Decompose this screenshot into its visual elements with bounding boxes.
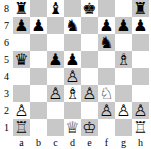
file-label-g: g (121, 136, 126, 149)
rank-label-5: 5 (4, 51, 9, 68)
square-e5[interactable] (81, 51, 98, 68)
file-label-d: d (70, 136, 75, 149)
piece-white-rook-h1[interactable]: ♖ (132, 119, 149, 136)
piece-black-knight-f6[interactable]: ♞ (98, 34, 115, 51)
piece-white-knight-f3[interactable]: ♘ (98, 85, 115, 102)
piece-black-pawn-a7[interactable]: ♟ (13, 17, 30, 34)
square-f2[interactable]: ♙ (98, 102, 115, 119)
piece-black-queen-a5[interactable]: ♛ (13, 51, 30, 68)
square-d7[interactable]: ♞ (64, 17, 81, 34)
square-d8[interactable] (64, 0, 81, 17)
square-a3[interactable] (13, 85, 30, 102)
square-g6[interactable] (115, 34, 132, 51)
square-b3[interactable] (30, 85, 47, 102)
chess-board[interactable]: ♜♝♚♜♟♟♞♟♟♟♞♛♟♟♗♙♙♗♙♘♙♙♙♙♖♕♔♖ (13, 0, 149, 136)
square-b8[interactable] (30, 0, 47, 17)
rank-label-7: 7 (4, 17, 9, 34)
square-e1[interactable]: ♔ (81, 119, 98, 136)
square-h3[interactable] (132, 85, 149, 102)
rank-label-4: 4 (4, 68, 9, 85)
square-b5[interactable] (30, 51, 47, 68)
square-e7[interactable] (81, 17, 98, 34)
piece-black-king-e8[interactable]: ♚ (81, 0, 98, 17)
file-label-c: c (53, 136, 57, 149)
square-c1[interactable] (47, 119, 64, 136)
square-b1[interactable] (30, 119, 47, 136)
square-d4[interactable]: ♙ (64, 68, 81, 85)
file-label-f: f (105, 136, 108, 149)
square-g3[interactable] (115, 85, 132, 102)
square-b6[interactable] (30, 34, 47, 51)
square-a5[interactable]: ♛ (13, 51, 30, 68)
square-f6[interactable]: ♞ (98, 34, 115, 51)
rank-label-3: 3 (4, 85, 9, 102)
square-a6[interactable] (13, 34, 30, 51)
corner-spacer (0, 136, 13, 149)
square-c2[interactable] (47, 102, 64, 119)
rank-label-6: 6 (4, 34, 9, 51)
square-e4[interactable] (81, 68, 98, 85)
piece-black-pawn-b7[interactable]: ♟ (30, 17, 47, 34)
square-d3[interactable]: ♗ (64, 85, 81, 102)
square-f3[interactable]: ♘ (98, 85, 115, 102)
piece-white-king-e1[interactable]: ♔ (81, 119, 98, 136)
square-h8[interactable]: ♜ (132, 0, 149, 17)
square-b2[interactable] (30, 102, 47, 119)
square-f5[interactable] (98, 51, 115, 68)
piece-black-pawn-g7[interactable]: ♟ (115, 17, 132, 34)
square-f7[interactable]: ♟ (98, 17, 115, 34)
file-label-b: b (36, 136, 41, 149)
piece-white-pawn-f2[interactable]: ♙ (98, 102, 115, 119)
square-g8[interactable] (115, 0, 132, 17)
square-e8[interactable]: ♚ (81, 0, 98, 17)
piece-black-pawn-h7[interactable]: ♟ (132, 17, 149, 34)
square-d6[interactable] (64, 34, 81, 51)
piece-white-queen-d1[interactable]: ♕ (64, 119, 81, 136)
square-h6[interactable] (132, 34, 149, 51)
square-h4[interactable] (132, 68, 149, 85)
square-a4[interactable] (13, 68, 30, 85)
rank-labels: 87654321 (0, 0, 13, 136)
square-c5[interactable]: ♟ (47, 51, 64, 68)
square-a2[interactable]: ♙ (13, 102, 30, 119)
piece-black-rook-h8[interactable]: ♜ (132, 0, 149, 17)
square-f1[interactable] (98, 119, 115, 136)
rank-label-1: 1 (4, 119, 9, 136)
piece-white-bishop-d3[interactable]: ♗ (64, 85, 81, 102)
square-g7[interactable]: ♟ (115, 17, 132, 34)
square-f4[interactable] (98, 68, 115, 85)
square-g5[interactable]: ♗ (115, 51, 132, 68)
square-c8[interactable]: ♝ (47, 0, 64, 17)
square-d2[interactable] (64, 102, 81, 119)
square-h2[interactable]: ♙ (132, 102, 149, 119)
square-h7[interactable]: ♟ (132, 17, 149, 34)
piece-black-pawn-f7[interactable]: ♟ (98, 17, 115, 34)
file-labels: abcdefgh (13, 136, 149, 149)
piece-black-pawn-d5[interactable]: ♟ (64, 51, 81, 68)
rank-label-2: 2 (4, 102, 9, 119)
square-h1[interactable]: ♖ (132, 119, 149, 136)
file-label-a: a (19, 136, 23, 149)
file-label-e: e (87, 136, 91, 149)
square-a7[interactable]: ♟ (13, 17, 30, 34)
square-c7[interactable] (47, 17, 64, 34)
piece-black-rook-a8[interactable]: ♜ (13, 0, 30, 17)
square-h5[interactable] (132, 51, 149, 68)
rank-label-8: 8 (4, 0, 9, 17)
chess-diagram: 87654321 ♜♝♚♜♟♟♞♟♟♟♞♛♟♟♗♙♙♗♙♘♙♙♙♙♖♕♔♖ ab… (0, 0, 151, 149)
piece-white-pawn-g2[interactable]: ♙ (115, 102, 132, 119)
piece-white-pawn-h2[interactable]: ♙ (132, 102, 149, 119)
piece-black-knight-d7[interactable]: ♞ (64, 17, 81, 34)
piece-white-pawn-d4[interactable]: ♙ (64, 68, 81, 85)
square-c6[interactable] (47, 34, 64, 51)
file-label-h: h (138, 136, 143, 149)
square-c4[interactable] (47, 68, 64, 85)
square-e3[interactable]: ♙ (81, 85, 98, 102)
square-b4[interactable] (30, 68, 47, 85)
piece-white-rook-a1[interactable]: ♖ (13, 119, 30, 136)
square-d1[interactable]: ♕ (64, 119, 81, 136)
piece-black-pawn-c5[interactable]: ♟ (47, 51, 64, 68)
square-a8[interactable]: ♜ (13, 0, 30, 17)
square-e6[interactable] (81, 34, 98, 51)
piece-white-pawn-a2[interactable]: ♙ (13, 102, 30, 119)
square-f8[interactable] (98, 0, 115, 17)
square-d5[interactable]: ♟ (64, 51, 81, 68)
square-g1[interactable] (115, 119, 132, 136)
piece-black-bishop-c8[interactable]: ♝ (47, 0, 64, 17)
square-e2[interactable] (81, 102, 98, 119)
square-b7[interactable]: ♟ (30, 17, 47, 34)
square-c3[interactable]: ♙ (47, 85, 64, 102)
piece-white-pawn-e3[interactable]: ♙ (81, 85, 98, 102)
square-g4[interactable] (115, 68, 132, 85)
square-g2[interactable]: ♙ (115, 102, 132, 119)
piece-white-bishop-g5[interactable]: ♗ (115, 51, 132, 68)
piece-white-pawn-c3[interactable]: ♙ (47, 85, 64, 102)
square-a1[interactable]: ♖ (13, 119, 30, 136)
